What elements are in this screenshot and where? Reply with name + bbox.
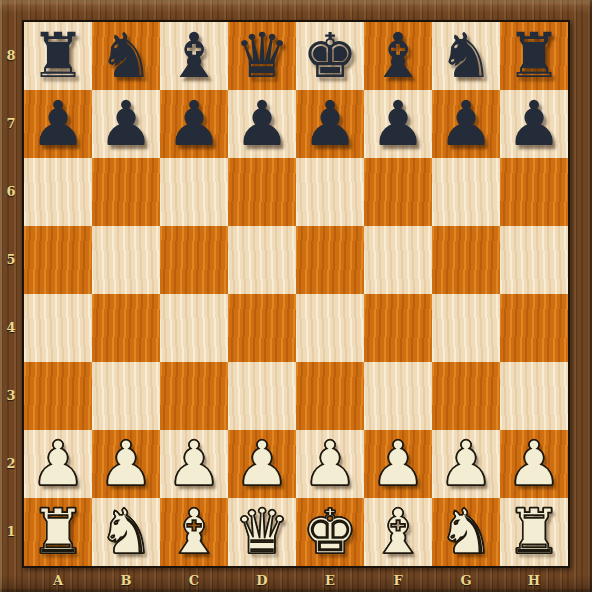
square-d3[interactable] xyxy=(228,362,296,430)
piece-black-king[interactable]: ♚ xyxy=(302,22,358,90)
piece-white-knight[interactable]: ♞ xyxy=(438,498,494,566)
piece-white-bishop[interactable]: ♝ xyxy=(370,498,426,566)
piece-white-king[interactable]: ♚ xyxy=(302,498,358,566)
square-g2[interactable]: ♟ xyxy=(432,430,500,498)
piece-white-pawn[interactable]: ♟ xyxy=(234,430,290,498)
square-h4[interactable] xyxy=(500,294,568,362)
square-c4[interactable] xyxy=(160,294,228,362)
square-g5[interactable] xyxy=(432,226,500,294)
piece-white-rook[interactable]: ♜ xyxy=(30,498,86,566)
square-c3[interactable] xyxy=(160,362,228,430)
square-c1[interactable]: ♝ xyxy=(160,498,228,566)
rank-label-8: 8 xyxy=(0,22,22,90)
rank-label-2: 2 xyxy=(0,430,22,498)
square-a1[interactable]: ♜ xyxy=(24,498,92,566)
rank-label-7: 7 xyxy=(0,90,22,158)
square-e1[interactable]: ♚ xyxy=(296,498,364,566)
square-g7[interactable]: ♟ xyxy=(432,90,500,158)
piece-white-pawn[interactable]: ♟ xyxy=(166,430,222,498)
rank-label-6: 6 xyxy=(0,158,22,226)
square-e5[interactable] xyxy=(296,226,364,294)
piece-black-pawn[interactable]: ♟ xyxy=(438,90,494,158)
square-a5[interactable] xyxy=(24,226,92,294)
piece-black-knight[interactable]: ♞ xyxy=(98,22,154,90)
piece-black-pawn[interactable]: ♟ xyxy=(234,90,290,158)
piece-black-queen[interactable]: ♛ xyxy=(234,22,290,90)
square-f2[interactable]: ♟ xyxy=(364,430,432,498)
square-c8[interactable]: ♝ xyxy=(160,22,228,90)
file-label-b: B xyxy=(92,569,160,592)
square-e4[interactable] xyxy=(296,294,364,362)
piece-black-rook[interactable]: ♜ xyxy=(506,22,562,90)
square-f1[interactable]: ♝ xyxy=(364,498,432,566)
file-label-h: H xyxy=(500,569,568,592)
piece-black-rook[interactable]: ♜ xyxy=(30,22,86,90)
piece-white-pawn[interactable]: ♟ xyxy=(302,430,358,498)
square-g6[interactable] xyxy=(432,158,500,226)
file-label-a: A xyxy=(24,569,92,592)
square-d7[interactable]: ♟ xyxy=(228,90,296,158)
file-label-e: E xyxy=(296,569,364,592)
square-f5[interactable] xyxy=(364,226,432,294)
piece-white-pawn[interactable]: ♟ xyxy=(370,430,426,498)
square-g8[interactable]: ♞ xyxy=(432,22,500,90)
piece-white-pawn[interactable]: ♟ xyxy=(438,430,494,498)
square-g1[interactable]: ♞ xyxy=(432,498,500,566)
square-h7[interactable]: ♟ xyxy=(500,90,568,158)
piece-black-pawn[interactable]: ♟ xyxy=(98,90,154,158)
square-b1[interactable]: ♞ xyxy=(92,498,160,566)
square-d2[interactable]: ♟ xyxy=(228,430,296,498)
square-h1[interactable]: ♜ xyxy=(500,498,568,566)
square-a7[interactable]: ♟ xyxy=(24,90,92,158)
square-b3[interactable] xyxy=(92,362,160,430)
square-b8[interactable]: ♞ xyxy=(92,22,160,90)
rank-label-5: 5 xyxy=(0,226,22,294)
piece-black-pawn[interactable]: ♟ xyxy=(370,90,426,158)
square-e7[interactable]: ♟ xyxy=(296,90,364,158)
square-c2[interactable]: ♟ xyxy=(160,430,228,498)
square-b5[interactable] xyxy=(92,226,160,294)
square-a8[interactable]: ♜ xyxy=(24,22,92,90)
square-d1[interactable]: ♛ xyxy=(228,498,296,566)
piece-white-pawn[interactable]: ♟ xyxy=(30,430,86,498)
piece-black-pawn[interactable]: ♟ xyxy=(302,90,358,158)
file-label-d: D xyxy=(228,569,296,592)
square-e2[interactable]: ♟ xyxy=(296,430,364,498)
piece-white-rook[interactable]: ♜ xyxy=(506,498,562,566)
file-label-c: C xyxy=(160,569,228,592)
piece-black-pawn[interactable]: ♟ xyxy=(166,90,222,158)
piece-black-bishop[interactable]: ♝ xyxy=(166,22,222,90)
piece-white-bishop[interactable]: ♝ xyxy=(166,498,222,566)
square-c5[interactable] xyxy=(160,226,228,294)
square-h6[interactable] xyxy=(500,158,568,226)
square-h2[interactable]: ♟ xyxy=(500,430,568,498)
square-a4[interactable] xyxy=(24,294,92,362)
square-g3[interactable] xyxy=(432,362,500,430)
square-h5[interactable] xyxy=(500,226,568,294)
square-g4[interactable] xyxy=(432,294,500,362)
square-e8[interactable]: ♚ xyxy=(296,22,364,90)
square-a3[interactable] xyxy=(24,362,92,430)
square-d4[interactable] xyxy=(228,294,296,362)
square-b2[interactable]: ♟ xyxy=(92,430,160,498)
file-label-g: G xyxy=(432,569,500,592)
square-b7[interactable]: ♟ xyxy=(92,90,160,158)
square-f3[interactable] xyxy=(364,362,432,430)
piece-white-queen[interactable]: ♛ xyxy=(234,498,290,566)
square-h3[interactable] xyxy=(500,362,568,430)
square-c6[interactable] xyxy=(160,158,228,226)
square-d6[interactable] xyxy=(228,158,296,226)
chess-app: ♜♞♝♛♚♝♞♜♟♟♟♟♟♟♟♟♟♟♟♟♟♟♟♟♜♞♝♛♚♝♞♜ 8765432… xyxy=(0,0,592,592)
square-b6[interactable] xyxy=(92,158,160,226)
piece-white-knight[interactable]: ♞ xyxy=(98,498,154,566)
rank-label-4: 4 xyxy=(0,294,22,362)
square-d5[interactable] xyxy=(228,226,296,294)
piece-black-pawn[interactable]: ♟ xyxy=(30,90,86,158)
piece-white-pawn[interactable]: ♟ xyxy=(98,430,154,498)
square-f6[interactable] xyxy=(364,158,432,226)
square-f7[interactable]: ♟ xyxy=(364,90,432,158)
file-label-f: F xyxy=(364,569,432,592)
square-c7[interactable]: ♟ xyxy=(160,90,228,158)
piece-black-bishop[interactable]: ♝ xyxy=(370,22,426,90)
square-f4[interactable] xyxy=(364,294,432,362)
square-e3[interactable] xyxy=(296,362,364,430)
piece-white-pawn[interactable]: ♟ xyxy=(506,430,562,498)
square-e6[interactable] xyxy=(296,158,364,226)
square-h8[interactable]: ♜ xyxy=(500,22,568,90)
square-b4[interactable] xyxy=(92,294,160,362)
square-a2[interactable]: ♟ xyxy=(24,430,92,498)
square-f8[interactable]: ♝ xyxy=(364,22,432,90)
piece-black-knight[interactable]: ♞ xyxy=(438,22,494,90)
square-a6[interactable] xyxy=(24,158,92,226)
square-d8[interactable]: ♛ xyxy=(228,22,296,90)
piece-black-pawn[interactable]: ♟ xyxy=(506,90,562,158)
rank-label-1: 1 xyxy=(0,498,22,566)
chess-board: ♜♞♝♛♚♝♞♜♟♟♟♟♟♟♟♟♟♟♟♟♟♟♟♟♜♞♝♛♚♝♞♜ xyxy=(22,20,570,568)
rank-label-3: 3 xyxy=(0,362,22,430)
